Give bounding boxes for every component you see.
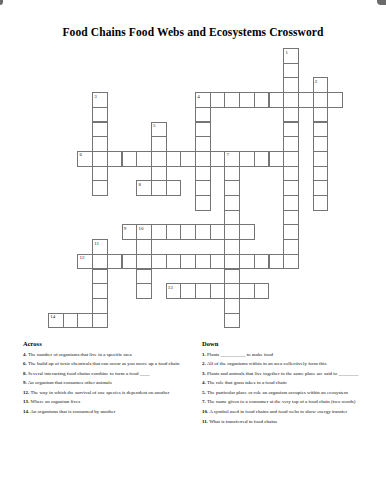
cell-r16c12[interactable] (224, 283, 240, 299)
cell-r14c10[interactable] (195, 254, 211, 270)
cell-r12c5[interactable]: 9 (122, 224, 138, 240)
across-header: Across (23, 340, 195, 347)
clue-across-8: 8. Several interacting food chains combi… (23, 370, 195, 377)
cell-r14c13[interactable] (239, 254, 255, 270)
cell-r14c16[interactable] (283, 254, 299, 270)
cell-r10c12[interactable] (224, 195, 240, 211)
cell-r16c13[interactable] (239, 283, 255, 299)
clue-number-3: 3 (94, 94, 97, 99)
cell-r3c16[interactable] (283, 92, 299, 108)
cell-r14c5[interactable] (122, 254, 138, 270)
clue-number-2: 2 (315, 79, 318, 84)
cell-r4c3[interactable] (92, 107, 108, 123)
cell-r7c12[interactable]: 7 (224, 151, 240, 167)
cell-r0c16[interactable]: 1 (283, 48, 299, 64)
cell-r12c6[interactable]: 10 (136, 224, 152, 240)
cell-r16c6[interactable] (136, 283, 152, 299)
cell-r12c13[interactable] (239, 224, 255, 240)
cell-r9c6[interactable]: 8 (136, 180, 152, 196)
cell-r4c10[interactable] (195, 107, 211, 123)
cell-r11c12[interactable] (224, 210, 240, 226)
down-list: 1. Plants __________ to make food2. All … (202, 351, 382, 425)
cell-r14c15[interactable] (269, 254, 285, 270)
down-header: Down (202, 340, 382, 347)
cell-r14c6[interactable] (136, 254, 152, 270)
cell-r9c3[interactable] (92, 180, 108, 196)
cell-r9c7[interactable] (151, 180, 167, 196)
cell-r7c2[interactable]: 6 (77, 151, 93, 167)
cell-r16c8[interactable]: 13 (166, 283, 182, 299)
cell-r3c17[interactable] (298, 92, 314, 108)
cell-r7c9[interactable] (180, 151, 196, 167)
cell-r9c8[interactable] (166, 180, 182, 196)
cell-r10c10[interactable] (195, 195, 211, 211)
cell-r11c16[interactable] (283, 210, 299, 226)
cell-r1c16[interactable] (283, 63, 299, 79)
cell-r18c0[interactable]: 14 (48, 313, 64, 329)
cell-r9c18[interactable] (313, 180, 329, 196)
clue-down-11: 11. What is transferred in food chains (202, 418, 382, 425)
scan-artifact-top-right (377, 0, 386, 5)
cell-r12c10[interactable] (195, 224, 211, 240)
clue-number-9: 9 (124, 226, 127, 231)
cell-r12c9[interactable] (180, 224, 196, 240)
cell-r8c7[interactable] (151, 166, 167, 182)
clue-across-14: 14. An organisms that is consumed by ano… (23, 408, 195, 415)
cell-r7c8[interactable] (166, 151, 182, 167)
cell-r5c18[interactable] (313, 122, 329, 138)
cell-r12c12[interactable] (224, 224, 240, 240)
cell-r3c3[interactable]: 3 (92, 92, 108, 108)
cell-r8c16[interactable] (283, 166, 299, 182)
cell-r17c3[interactable] (92, 298, 108, 314)
cell-r12c16[interactable] (283, 224, 299, 240)
cell-r13c16[interactable] (283, 239, 299, 255)
cell-r14c2[interactable]: 12 (77, 254, 93, 270)
cell-r10c16[interactable] (283, 195, 299, 211)
cell-r3c19[interactable] (327, 92, 343, 108)
clue-number-5: 5 (153, 123, 156, 128)
cell-r4c16[interactable] (283, 107, 299, 123)
cell-r13c6[interactable] (136, 239, 152, 255)
clue-number-1: 1 (285, 50, 288, 55)
page-title: Food Chains Food Webs and Ecosystems Cro… (0, 26, 386, 38)
cell-r16c3[interactable] (92, 283, 108, 299)
cell-r14c7[interactable] (151, 254, 167, 270)
cell-r7c14[interactable] (254, 151, 270, 167)
cell-r3c15[interactable] (269, 92, 285, 108)
cell-r6c3[interactable] (92, 136, 108, 152)
cell-r15c12[interactable] (224, 269, 240, 285)
cell-r14c14[interactable] (254, 254, 270, 270)
cell-r7c16[interactable] (283, 151, 299, 167)
cell-r14c12[interactable] (224, 254, 240, 270)
cell-r16c9[interactable] (180, 283, 196, 299)
cell-r12c8[interactable] (166, 224, 182, 240)
cell-r7c10[interactable] (195, 151, 211, 167)
cell-r8c10[interactable] (195, 166, 211, 182)
clue-down-5: 5. The particular place or role an organ… (202, 389, 382, 396)
across-clues-section: Across 4. The number of organisms that l… (23, 340, 195, 418)
cell-r14c3[interactable] (92, 254, 108, 270)
clue-number-6: 6 (80, 152, 83, 157)
cell-r13c3[interactable]: 11 (92, 239, 108, 255)
down-clues-section: Down 1. Plants __________ to make food2.… (202, 340, 382, 427)
cell-r3c12[interactable] (224, 92, 240, 108)
cell-r3c18[interactable] (313, 92, 329, 108)
cell-r3c13[interactable] (239, 92, 255, 108)
clue-down-2: 2. All of the organisms within in an are… (202, 360, 382, 367)
cell-r18c1[interactable] (63, 313, 79, 329)
clue-number-12: 12 (80, 255, 85, 260)
clue-number-8: 8 (138, 182, 141, 187)
clue-number-10: 10 (138, 226, 143, 231)
cell-r8c18[interactable] (313, 166, 329, 182)
cell-r6c18[interactable] (313, 136, 329, 152)
cell-r12c11[interactable] (210, 224, 226, 240)
cell-r9c10[interactable] (195, 180, 211, 196)
crossword-grid: 1234567891011121314 (48, 48, 343, 329)
cell-r2c16[interactable] (283, 77, 299, 93)
cell-r12c7[interactable] (151, 224, 167, 240)
clue-down-3: 3. Plants and animals that live together… (202, 370, 382, 377)
clue-down-1: 1. Plants __________ to make food (202, 351, 382, 358)
cell-r13c12[interactable] (224, 239, 240, 255)
cell-r7c4[interactable] (107, 151, 123, 167)
worksheet-page: Food Chains Food Webs and Ecosystems Cro… (0, 0, 386, 500)
cell-r2c18[interactable]: 2 (313, 77, 329, 93)
clue-across-13: 13. Where an organism lives (23, 398, 195, 405)
cell-r5c7[interactable]: 5 (151, 122, 167, 138)
clue-down-10: 10. A symbol used in food chains and foo… (202, 408, 382, 415)
cell-r7c3[interactable] (92, 151, 108, 167)
cell-r8c3[interactable] (92, 166, 108, 182)
cell-r6c16[interactable] (283, 136, 299, 152)
cell-r14c8[interactable] (166, 254, 182, 270)
clue-across-9: 9. An organism that consumes other anima… (23, 379, 195, 386)
cell-r7c5[interactable] (122, 151, 138, 167)
cell-r16c10[interactable] (195, 283, 211, 299)
cell-r6c7[interactable] (151, 136, 167, 152)
cell-r17c12[interactable] (224, 298, 240, 314)
clue-down-7: 7. The name given to a consumer at the v… (202, 398, 382, 405)
cell-r8c12[interactable] (224, 166, 240, 182)
cell-r14c9[interactable] (180, 254, 196, 270)
across-list: 4. The number of organisms that live in … (23, 351, 195, 416)
clue-number-4: 4 (197, 94, 200, 99)
cell-r14c11[interactable] (210, 254, 226, 270)
clue-number-14: 14 (50, 314, 55, 319)
clue-number-11: 11 (94, 241, 99, 246)
cell-r15c6[interactable] (136, 269, 152, 285)
clue-down-4: 4. The role that grass takes in a food c… (202, 379, 382, 386)
cell-r7c13[interactable] (239, 151, 255, 167)
cell-r7c11[interactable] (210, 151, 226, 167)
cell-r18c3[interactable] (92, 313, 108, 329)
cell-r18c2[interactable] (77, 313, 93, 329)
cell-r18c12[interactable] (224, 313, 240, 329)
cell-r7c18[interactable] (313, 151, 329, 167)
clue-across-12: 12. The way in which the survival of one… (23, 389, 195, 396)
cell-r6c10[interactable] (195, 136, 211, 152)
cell-r3c10[interactable]: 4 (195, 92, 211, 108)
cell-r5c3[interactable] (92, 122, 108, 138)
clue-across-4: 4. The number of organisms that live in … (23, 351, 195, 358)
cell-r10c18[interactable] (313, 195, 329, 211)
cell-r5c16[interactable] (283, 122, 299, 138)
cell-r14c4[interactable] (107, 254, 123, 270)
scan-artifact-top-left (0, 0, 3, 5)
cell-r15c3[interactable] (92, 269, 108, 285)
cell-r3c14[interactable] (254, 92, 270, 108)
cell-r3c11[interactable] (210, 92, 226, 108)
cell-r9c16[interactable] (283, 180, 299, 196)
cell-r7c7[interactable] (151, 151, 167, 167)
cell-r7c15[interactable] (269, 151, 285, 167)
cell-r9c12[interactable] (224, 180, 240, 196)
cell-r16c14[interactable] (254, 283, 270, 299)
clue-number-7: 7 (227, 152, 230, 157)
cell-r7c6[interactable] (136, 151, 152, 167)
cell-r5c10[interactable] (195, 122, 211, 138)
clue-across-6: 6. The build up of toxic chemicals that … (23, 360, 195, 367)
cell-r4c18[interactable] (313, 107, 329, 123)
clue-number-13: 13 (168, 285, 173, 290)
cell-r16c11[interactable] (210, 283, 226, 299)
